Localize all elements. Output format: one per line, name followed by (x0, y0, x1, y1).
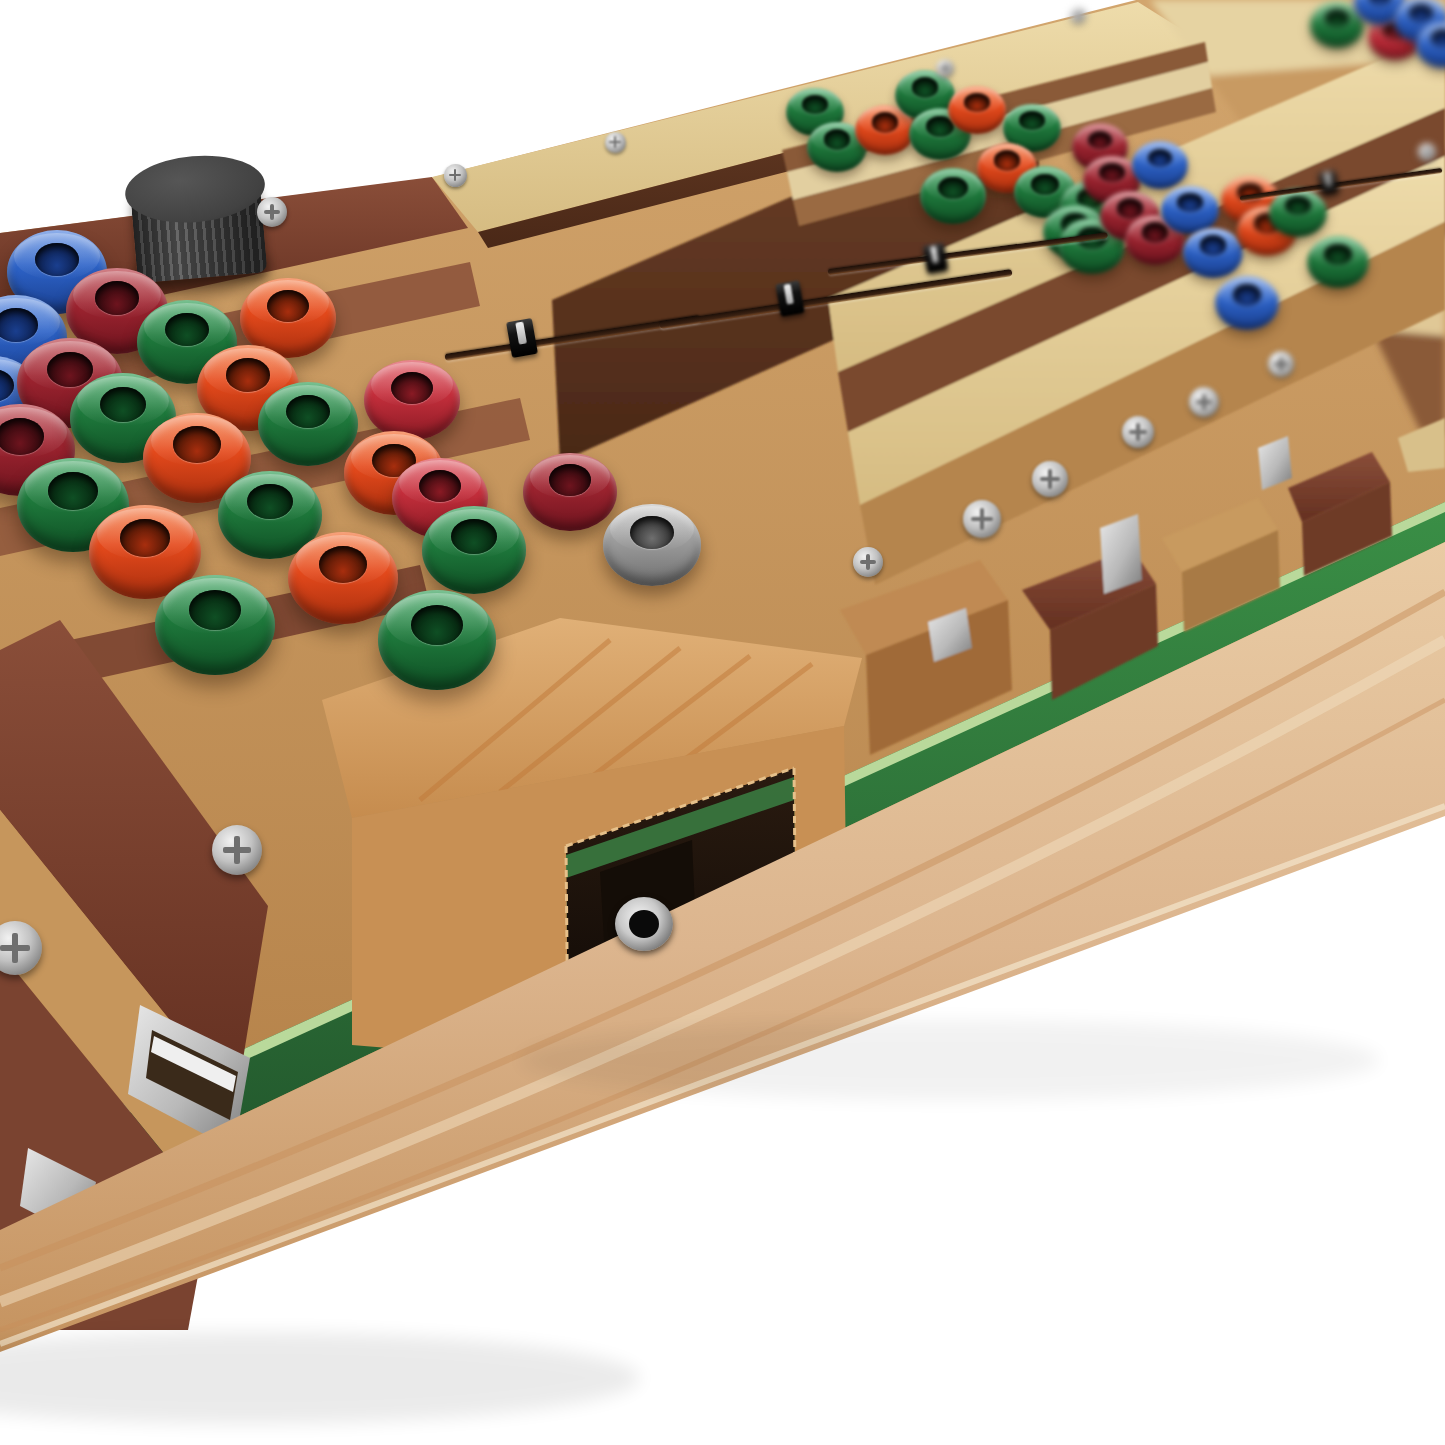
ring-hole (1019, 111, 1045, 130)
screw-slot (1279, 357, 1282, 372)
torx-screw (963, 500, 1001, 538)
ring-peg-blue[interactable] (1183, 228, 1243, 278)
ring-hole (411, 605, 463, 645)
ring-peg-green[interactable] (378, 590, 496, 689)
ring-peg-green[interactable] (258, 382, 358, 466)
ring-hole (964, 93, 990, 112)
rotary-knob[interactable] (122, 150, 273, 296)
slider-handle[interactable] (775, 280, 804, 317)
ring-hole (0, 418, 44, 455)
audio-jack[interactable] (615, 897, 673, 951)
screw-slot (1048, 469, 1052, 489)
ring-hole (1324, 244, 1351, 265)
ring-hole (247, 484, 293, 519)
screw-slot (866, 554, 870, 571)
slider-handle[interactable] (506, 318, 538, 358)
screw-slot (980, 508, 985, 529)
ring-hole (1142, 222, 1168, 242)
torx-screw (1122, 416, 1154, 448)
torx-screw (1418, 143, 1436, 161)
ring-hole (630, 516, 673, 549)
screw-slot (270, 204, 274, 221)
slider-handle-stripe (784, 283, 795, 304)
torx-screw (444, 164, 467, 187)
torx-screw (853, 547, 883, 577)
ring-hole (1099, 163, 1125, 182)
ring-hole (912, 77, 938, 97)
torx-screw (1032, 461, 1068, 497)
slider-slot-groove[interactable] (659, 269, 1012, 329)
ring-hole (391, 372, 433, 404)
ring-hole (872, 112, 898, 132)
torx-screw (1268, 351, 1294, 377)
screw-slot (1426, 147, 1428, 157)
torx-screw (1189, 387, 1219, 417)
ring-hole (938, 177, 967, 199)
ring-hole (451, 519, 497, 554)
slider-handle-stripe (1324, 172, 1331, 187)
ring-hole (1325, 9, 1349, 27)
ring-hole (994, 150, 1020, 170)
ring-peg-blue[interactable] (1132, 141, 1188, 188)
ring-hole (120, 519, 169, 557)
ring-peg-green[interactable] (1269, 189, 1327, 238)
slider-handle[interactable] (922, 242, 948, 273)
ring-hole (1409, 4, 1433, 22)
ring-hole (189, 590, 242, 630)
torx-screw (1070, 7, 1086, 23)
screw-slot (234, 836, 240, 864)
screw-slot (1136, 423, 1140, 441)
torx-screw (605, 132, 626, 153)
slider-handle-stripe (930, 245, 939, 263)
ring-hole (1031, 174, 1058, 195)
slider-handle-stripe (515, 322, 527, 345)
ring-hole (1177, 193, 1203, 212)
ring-hole (35, 243, 79, 277)
ring-hole (173, 426, 221, 462)
screw-slot (944, 63, 946, 73)
ring-hole (1200, 235, 1226, 255)
screw-slot (1202, 394, 1206, 411)
screw-slot (614, 136, 617, 148)
slider-handle[interactable] (1318, 169, 1339, 195)
ring-hole (1117, 198, 1143, 218)
screw-slot (454, 169, 457, 182)
screw-slot (1077, 11, 1079, 20)
torx-screw (0, 921, 42, 975)
ring-peg-blue[interactable] (1215, 276, 1279, 330)
ring-hole (549, 464, 590, 496)
ring-peg-green[interactable] (155, 575, 275, 676)
ring-peg-red[interactable] (364, 360, 460, 441)
ring-peg-orange[interactable] (288, 532, 398, 624)
torx-screw (212, 825, 262, 875)
ring-hole (267, 290, 309, 322)
photo-scene (0, 0, 1445, 1445)
components-layer (0, 0, 1445, 1445)
ring-hole (1285, 196, 1311, 215)
ring-peg-orange[interactable] (948, 86, 1006, 135)
ring-hole (419, 470, 461, 502)
ring-hole (824, 129, 850, 149)
ring-peg-green[interactable] (1307, 236, 1369, 288)
ring-hole (1233, 284, 1261, 306)
torx-screw (936, 59, 954, 77)
ring-peg-dark_red[interactable] (523, 453, 617, 532)
torx-screw (257, 197, 287, 227)
audio-jack-hole (629, 910, 659, 938)
ring-hole (165, 313, 209, 347)
ring-peg-green[interactable] (920, 168, 986, 223)
ring-hole (286, 395, 330, 429)
ring-hole (48, 472, 97, 510)
ring-hole (319, 546, 367, 583)
ring-peg-green[interactable] (422, 506, 526, 593)
screw-slot (12, 933, 18, 963)
ring-hole (802, 95, 828, 114)
ring-peg-gray[interactable] (603, 504, 701, 586)
